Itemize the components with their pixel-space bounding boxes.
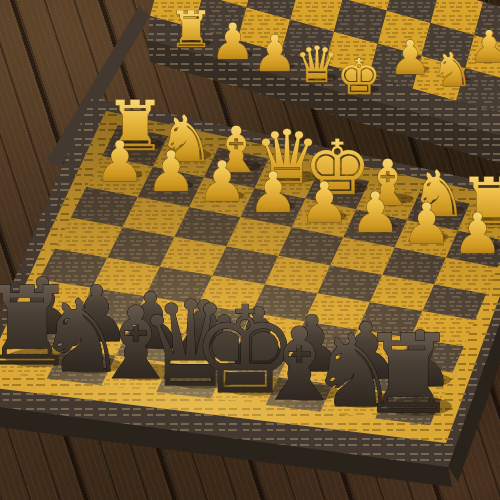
background-gold-knight[interactable]: ♞ [431, 42, 473, 97]
white-pawn-c2[interactable]: ♟ [197, 149, 247, 214]
white-pawn-e2[interactable]: ♟ [299, 170, 349, 235]
background-gold-pawn[interactable]: ♟ [389, 30, 431, 85]
white-pawn-a2[interactable]: ♟ [95, 129, 145, 194]
egyptian-chess-scene: ♜♟♟♛♚♟♞♟♜♞♝♛♚♝♞♜♟♟♟♟♟♟♟♟♟♟♟♟♟♟♟♟♜♞♝♛♚♝♞♜ [0, 0, 500, 500]
white-pawn-b2[interactable]: ♟ [146, 139, 196, 204]
background-gold-pawn[interactable]: ♟ [211, 13, 256, 71]
black-rook-h8[interactable]: ♜ [359, 311, 457, 438]
background-gold-queen[interactable]: ♛ [295, 36, 340, 94]
white-pawn-h2[interactable]: ♟ [452, 201, 500, 266]
white-pawn-g2[interactable]: ♟ [401, 191, 451, 256]
chess-board-render: ♜♟♟♛♚♟♞♟♜♞♝♛♚♝♞♜♟♟♟♟♟♟♟♟♟♟♟♟♟♟♟♟♜♞♝♛♚♝♞♜ [0, 0, 500, 500]
white-pawn-f2[interactable]: ♟ [350, 180, 400, 245]
white-pawn-d2[interactable]: ♟ [248, 160, 298, 225]
main-board: ♜♞♝♛♚♝♞♜♟♟♟♟♟♟♟♟♟♟♟♟♟♟♟♟♜♞♝♛♚♝♞♜ [0, 86, 500, 487]
background-gold-pawn[interactable]: ♟ [253, 25, 298, 83]
background-gold-king[interactable]: ♚ [337, 48, 382, 106]
background-gold-rook[interactable]: ♜ [169, 1, 214, 59]
background-gold-pawn[interactable]: ♟ [469, 21, 500, 72]
